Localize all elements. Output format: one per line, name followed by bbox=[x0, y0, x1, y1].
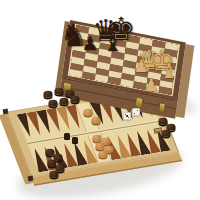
backgammon-checker-tan[interactable] bbox=[84, 109, 93, 116]
backgammon-checker-dark[interactable] bbox=[50, 171, 59, 178]
backgammon-parts-layer bbox=[0, 0, 200, 200]
backgammon-checker-tan[interactable] bbox=[93, 135, 102, 142]
corner-protector bbox=[28, 176, 34, 182]
backgammon-checker-tan[interactable] bbox=[92, 117, 101, 124]
die-pip bbox=[128, 117, 129, 118]
backgammon-checker-tan[interactable] bbox=[99, 151, 108, 158]
die-dark[interactable] bbox=[64, 133, 70, 139]
backgammon-checker-dark[interactable] bbox=[60, 98, 69, 105]
backgammon-checker-dark[interactable] bbox=[54, 154, 63, 161]
backgammon-checker-dark[interactable] bbox=[49, 100, 58, 107]
backgammon-checker-dark[interactable] bbox=[71, 96, 80, 103]
backgammon-checker-tan[interactable] bbox=[96, 143, 105, 150]
die-white[interactable] bbox=[132, 108, 140, 116]
die-dark[interactable] bbox=[72, 137, 78, 143]
product-photo: ♞♛♚♟♝♛♚♟♝♟ bbox=[0, 0, 200, 200]
backgammon-checker-dark[interactable] bbox=[44, 91, 53, 98]
backgammon-checker-dark[interactable] bbox=[46, 149, 55, 156]
backgammon-checker-dark[interactable] bbox=[162, 130, 171, 137]
corner-protector bbox=[3, 109, 9, 115]
die-pip bbox=[134, 113, 135, 114]
backgammon-checker-dark[interactable] bbox=[56, 165, 65, 172]
backgammon-checker-dark[interactable] bbox=[55, 88, 64, 95]
backgammon-checker-dark[interactable] bbox=[48, 160, 57, 167]
backgammon-checker-dark[interactable] bbox=[159, 118, 168, 125]
die-pip bbox=[137, 110, 138, 111]
die-white[interactable] bbox=[123, 112, 131, 120]
